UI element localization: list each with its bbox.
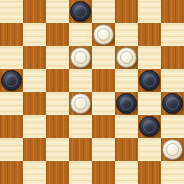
square-r4c7[interactable]	[161, 92, 184, 115]
square-r4c2	[46, 92, 69, 115]
square-r0c2	[46, 0, 69, 23]
square-r7c7	[161, 161, 184, 184]
white-man-square-28[interactable]	[162, 139, 183, 160]
square-r5c6[interactable]	[138, 115, 161, 138]
square-r2c3[interactable]	[69, 46, 92, 69]
square-r2c2	[46, 46, 69, 69]
square-r2c1[interactable]	[23, 46, 46, 69]
square-r6c0	[0, 138, 23, 161]
square-r7c6[interactable]	[138, 161, 161, 184]
square-r1c0[interactable]	[0, 23, 23, 46]
square-r7c5	[115, 161, 138, 184]
square-r2c5[interactable]	[115, 46, 138, 69]
square-r2c0	[0, 46, 23, 69]
white-man-square-10[interactable]	[70, 47, 91, 68]
black-man-square-24[interactable]	[139, 116, 160, 137]
square-r2c4	[92, 46, 115, 69]
square-r7c1	[23, 161, 46, 184]
square-r6c6	[138, 138, 161, 161]
square-r6c3[interactable]	[69, 138, 92, 161]
square-r2c6	[138, 46, 161, 69]
square-r3c3	[69, 69, 92, 92]
square-r0c5[interactable]	[115, 0, 138, 23]
square-r0c6	[138, 0, 161, 23]
square-r3c4[interactable]	[92, 69, 115, 92]
square-r5c4[interactable]	[92, 115, 115, 138]
square-r5c0[interactable]	[0, 115, 23, 138]
square-r3c0[interactable]	[0, 69, 23, 92]
square-r1c7	[161, 23, 184, 46]
black-man-square-13[interactable]	[1, 70, 22, 91]
square-r7c4[interactable]	[92, 161, 115, 184]
square-r1c4[interactable]	[92, 23, 115, 46]
checkers-board	[0, 0, 184, 184]
square-r7c0[interactable]	[0, 161, 23, 184]
square-r0c4	[92, 0, 115, 23]
black-man-square-2[interactable]	[70, 1, 91, 22]
square-r5c2[interactable]	[46, 115, 69, 138]
square-r1c2[interactable]	[46, 23, 69, 46]
white-man-square-18[interactable]	[70, 93, 91, 114]
square-r4c3[interactable]	[69, 92, 92, 115]
square-r3c2[interactable]	[46, 69, 69, 92]
square-r6c1[interactable]	[23, 138, 46, 161]
square-r5c1	[23, 115, 46, 138]
white-man-square-11[interactable]	[116, 47, 137, 68]
square-r6c7[interactable]	[161, 138, 184, 161]
square-r7c3	[69, 161, 92, 184]
square-r1c5	[115, 23, 138, 46]
white-man-square-7[interactable]	[93, 24, 114, 45]
square-r5c5	[115, 115, 138, 138]
square-r3c6[interactable]	[138, 69, 161, 92]
black-man-square-20[interactable]	[162, 93, 183, 114]
square-r1c6[interactable]	[138, 23, 161, 46]
checkers-board-wrap	[0, 0, 184, 184]
square-r2c7[interactable]	[161, 46, 184, 69]
square-r4c1[interactable]	[23, 92, 46, 115]
square-r1c3	[69, 23, 92, 46]
square-r4c4	[92, 92, 115, 115]
square-r3c5	[115, 69, 138, 92]
square-r7c2[interactable]	[46, 161, 69, 184]
square-r0c7[interactable]	[161, 0, 184, 23]
square-r4c5[interactable]	[115, 92, 138, 115]
square-r0c1[interactable]	[23, 0, 46, 23]
square-r5c7	[161, 115, 184, 138]
square-r0c3[interactable]	[69, 0, 92, 23]
black-man-square-16[interactable]	[139, 70, 160, 91]
square-r6c2	[46, 138, 69, 161]
square-r4c6	[138, 92, 161, 115]
square-r0c0	[0, 0, 23, 23]
square-r3c1	[23, 69, 46, 92]
square-r5c3	[69, 115, 92, 138]
square-r4c0	[0, 92, 23, 115]
square-r3c7	[161, 69, 184, 92]
square-r6c4	[92, 138, 115, 161]
black-man-square-19[interactable]	[116, 93, 137, 114]
square-r1c1	[23, 23, 46, 46]
square-r6c5[interactable]	[115, 138, 138, 161]
